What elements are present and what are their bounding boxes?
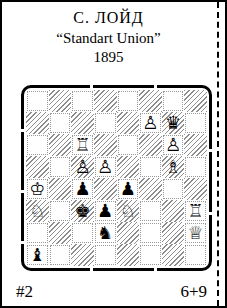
caption-row: #2 6+9 [2, 282, 215, 302]
square-f8 [139, 90, 162, 112]
square-a1: ♝ [26, 244, 49, 266]
square-b4 [49, 178, 72, 200]
square-d4 [94, 178, 117, 200]
chessboard-frame: ♙♛♖♙♙♙♗♔♟♟♘♚♟♘♖♞♕♝ [21, 85, 212, 271]
square-h6 [184, 134, 207, 156]
page-cut-dashed-line [217, 2, 219, 306]
square-d1 [94, 244, 117, 266]
piece-wP-d5: ♙ [97, 158, 113, 176]
square-h2: ♕ [184, 222, 207, 244]
frame-tick [19, 241, 25, 244]
square-c8 [71, 90, 94, 112]
problem-header: С. ЛОЙД “Standart Union” 1895 [2, 8, 215, 67]
board-grid: ♙♛♖♙♙♙♗♔♟♟♘♚♟♘♖♞♕♝ [26, 90, 207, 266]
square-g6: ♙ [162, 134, 185, 156]
square-f6 [139, 134, 162, 156]
piece-wQ-h2: ♕ [188, 224, 204, 242]
square-a3: ♘ [26, 200, 49, 222]
piece-wK-a4: ♔ [29, 180, 45, 198]
frame-tick [19, 129, 25, 132]
source-name: “Standart Union” [2, 28, 215, 48]
square-c3: ♚ [71, 200, 94, 222]
square-d3: ♟ [94, 200, 117, 222]
piece-bB-a1: ♝ [29, 246, 45, 264]
square-g4 [162, 178, 185, 200]
square-f5 [139, 156, 162, 178]
square-e7 [117, 112, 140, 134]
piece-bN-d2: ♞ [97, 224, 113, 242]
square-h4 [184, 178, 207, 200]
square-c1 [71, 244, 94, 266]
square-e8 [117, 90, 140, 112]
square-b2 [49, 222, 72, 244]
square-d5: ♙ [94, 156, 117, 178]
square-f3 [139, 200, 162, 222]
frame-tick [19, 190, 25, 193]
square-d2: ♞ [94, 222, 117, 244]
square-f4 [139, 178, 162, 200]
square-b8 [49, 90, 72, 112]
piece-wR-c6: ♖ [74, 136, 90, 154]
piece-wN-e3: ♘ [120, 202, 136, 220]
square-d8 [94, 90, 117, 112]
frame-tick [90, 266, 93, 272]
piece-bP-d3: ♟ [97, 202, 113, 220]
square-h8 [184, 90, 207, 112]
frame-tick [208, 149, 214, 152]
square-a2 [26, 222, 49, 244]
frame-tick [154, 266, 157, 272]
square-h3: ♖ [184, 200, 207, 222]
square-e5 [117, 156, 140, 178]
stipulation-label: #2 [16, 282, 33, 302]
square-h1 [184, 244, 207, 266]
piece-wP-f7: ♙ [142, 114, 158, 132]
square-a7 [26, 112, 49, 134]
author-name: С. ЛОЙД [2, 8, 215, 28]
square-c7 [71, 112, 94, 134]
square-e1 [117, 244, 140, 266]
publication-year: 1895 [2, 48, 215, 67]
square-g7: ♛ [162, 112, 185, 134]
piece-bP-c4: ♟ [74, 180, 90, 198]
piece-bK-c3: ♚ [74, 202, 90, 220]
square-a6 [26, 134, 49, 156]
square-g5: ♗ [162, 156, 185, 178]
square-d7 [94, 112, 117, 134]
square-b3 [49, 200, 72, 222]
square-e6 [117, 134, 140, 156]
square-a8 [26, 90, 49, 112]
square-d6 [94, 134, 117, 156]
square-c5: ♙ [71, 156, 94, 178]
square-a5 [26, 156, 49, 178]
square-b5 [49, 156, 72, 178]
square-h7 [184, 112, 207, 134]
material-count-label: 6+9 [180, 282, 207, 302]
square-c6: ♖ [71, 134, 94, 156]
piece-wR-h3: ♖ [188, 202, 204, 220]
square-b6 [49, 134, 72, 156]
piece-bP-e4: ♟ [120, 180, 136, 198]
square-b7 [49, 112, 72, 134]
square-c2 [71, 222, 94, 244]
square-e4: ♟ [117, 178, 140, 200]
square-g3 [162, 200, 185, 222]
piece-wN-a3: ♘ [29, 202, 45, 220]
piece-wP-g6: ♙ [165, 136, 181, 154]
frame-tick [154, 84, 157, 90]
frame-tick [208, 212, 214, 215]
square-a4: ♔ [26, 178, 49, 200]
square-e2 [117, 222, 140, 244]
square-g1 [162, 244, 185, 266]
frame-tick [90, 84, 93, 90]
square-h5 [184, 156, 207, 178]
square-g2 [162, 222, 185, 244]
square-f1 [139, 244, 162, 266]
square-g8 [162, 90, 185, 112]
square-f2 [139, 222, 162, 244]
piece-bQ-g7: ♛ [165, 114, 181, 132]
piece-wP-c5: ♙ [74, 158, 90, 176]
square-b1 [49, 244, 72, 266]
square-c4: ♟ [71, 178, 94, 200]
piece-wB-g5: ♗ [165, 158, 181, 176]
scanned-diagram-page: С. ЛОЙД “Standart Union” 1895 ♙♛♖♙♙♙♗♔♟♟… [0, 0, 227, 308]
square-f7: ♙ [139, 112, 162, 134]
square-e3: ♘ [117, 200, 140, 222]
